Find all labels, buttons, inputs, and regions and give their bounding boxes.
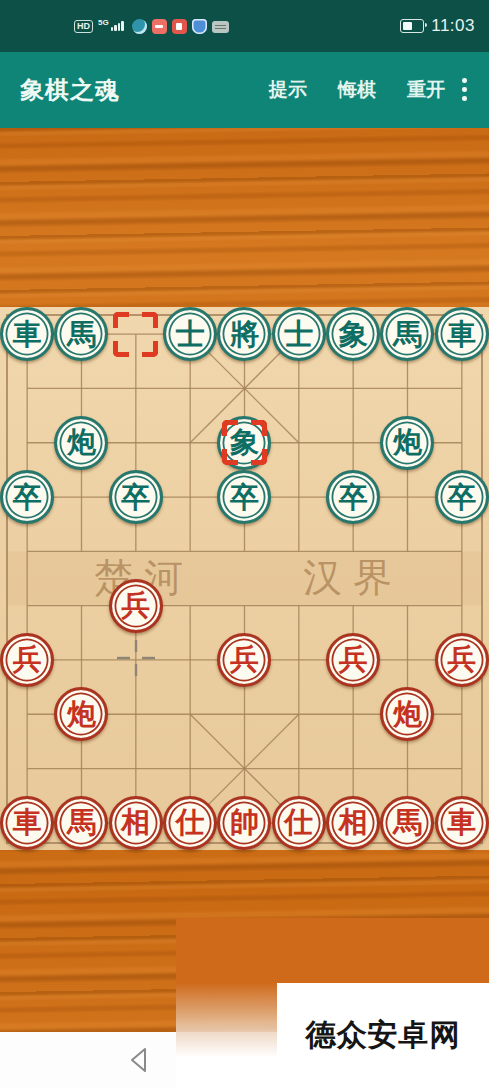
black-piece-車[interactable]: 車: [435, 307, 489, 361]
battery-fill: [403, 22, 412, 31]
move-origin-cross-marker: [114, 636, 158, 684]
black-piece-卒[interactable]: 卒: [217, 470, 271, 524]
red-piece-兵[interactable]: 兵: [435, 633, 489, 687]
restart-button[interactable]: 重开: [407, 77, 445, 103]
black-piece-士[interactable]: 士: [163, 307, 217, 361]
app-bar-actions: 提示 悔棋 重开: [269, 77, 445, 103]
black-piece-車[interactable]: 車: [0, 307, 54, 361]
red-square-app-icon: [172, 19, 187, 34]
red-piece-馬[interactable]: 馬: [54, 796, 108, 850]
back-icon[interactable]: [126, 1046, 154, 1074]
red-minus-app-icon: [152, 19, 167, 34]
circle-app-icon: [132, 19, 147, 34]
network-label: 5G: [98, 18, 109, 27]
red-piece-仕[interactable]: 仕: [272, 796, 326, 850]
red-piece-仕[interactable]: 仕: [163, 796, 217, 850]
black-piece-象[interactable]: 象: [326, 307, 380, 361]
status-bar: HD 5G 11:03: [0, 0, 489, 52]
black-piece-炮[interactable]: 炮: [380, 416, 434, 470]
black-piece-炮[interactable]: 炮: [54, 416, 108, 470]
black-piece-馬[interactable]: 馬: [380, 307, 434, 361]
kebab-menu-icon[interactable]: [455, 78, 473, 102]
phone-screen: HD 5G 11:03 象棋之魂 提示 悔棋 重开 楚河: [0, 0, 489, 1088]
red-piece-相[interactable]: 相: [109, 796, 163, 850]
black-piece-將[interactable]: 將: [217, 307, 271, 361]
watermark-text: 德众安卓网: [306, 1015, 461, 1056]
status-icons-left: HD 5G: [74, 19, 229, 34]
black-piece-卒[interactable]: 卒: [0, 470, 54, 524]
black-piece-象[interactable]: 象: [217, 416, 271, 470]
red-piece-帥[interactable]: 帥: [217, 796, 271, 850]
red-piece-車[interactable]: 車: [435, 796, 489, 850]
red-piece-兵[interactable]: 兵: [326, 633, 380, 687]
signal-5g-icon: 5G: [98, 21, 124, 31]
app-title: 象棋之魂: [20, 74, 120, 106]
red-piece-兵[interactable]: 兵: [0, 633, 54, 687]
hint-button[interactable]: 提示: [269, 77, 307, 103]
hd-badge: HD: [74, 20, 93, 33]
blue-shield-app-icon: [192, 19, 207, 34]
watermark-box: 德众安卓网: [277, 983, 489, 1088]
clock-time: 11:03: [431, 16, 475, 36]
status-icons-right: 11:03: [400, 0, 475, 52]
red-piece-車[interactable]: 車: [0, 796, 54, 850]
undo-move-button[interactable]: 悔棋: [338, 77, 376, 103]
black-piece-馬[interactable]: 馬: [54, 307, 108, 361]
black-piece-士[interactable]: 士: [272, 307, 326, 361]
battery-icon: [400, 19, 424, 33]
last-move-bracket-marker: [113, 312, 158, 357]
gray-card-app-icon: [212, 21, 229, 33]
red-piece-相[interactable]: 相: [326, 796, 380, 850]
red-piece-炮[interactable]: 炮: [380, 687, 434, 741]
red-piece-兵[interactable]: 兵: [217, 633, 271, 687]
red-piece-炮[interactable]: 炮: [54, 687, 108, 741]
red-piece-馬[interactable]: 馬: [380, 796, 434, 850]
xiangqi-board[interactable]: 楚河 汉界 車馬士將士象馬車炮象炮卒卒卒卒卒兵兵兵兵兵炮炮車馬相仕帥仕相馬車: [0, 307, 489, 850]
board-grid: 車馬士將士象馬車炮象炮卒卒卒卒卒兵兵兵兵兵炮炮車馬相仕帥仕相馬車: [0, 307, 489, 850]
app-bar: 象棋之魂 提示 悔棋 重开: [0, 52, 489, 128]
black-piece-卒[interactable]: 卒: [326, 470, 380, 524]
black-piece-卒[interactable]: 卒: [435, 470, 489, 524]
red-piece-兵[interactable]: 兵: [109, 579, 163, 633]
black-piece-卒[interactable]: 卒: [109, 470, 163, 524]
